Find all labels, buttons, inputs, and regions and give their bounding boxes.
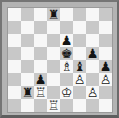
piece-white-pawn: ♟♙ [73,73,86,86]
square-h3[interactable]: ♟♙ [99,73,112,86]
square-f7[interactable] [73,21,86,34]
piece-outline-layer: ♙ [86,86,99,99]
piece-outline-layer: ♖ [47,99,60,112]
square-f8[interactable] [73,8,86,21]
square-h1[interactable] [99,99,112,112]
square-a3[interactable] [8,73,21,86]
square-d7[interactable] [47,21,60,34]
square-h7[interactable] [99,21,112,34]
piece-outline-layer: ♖ [34,86,47,99]
square-h8[interactable] [99,8,112,21]
chess-board: ♜♟♚♟♝♗♝♟♟♟♙♟♙♜♜♖♚♔♟♙♜♖ [8,8,112,112]
square-d6[interactable] [47,34,60,47]
square-c5[interactable] [34,47,47,60]
chess-board-frame: ♜♟♚♟♝♗♝♟♟♟♙♟♙♜♜♖♚♔♟♙♜♖ [0,0,119,118]
square-g1[interactable] [86,99,99,112]
square-g8[interactable] [86,8,99,21]
piece-white-rook: ♜♖ [34,86,47,99]
piece-white-king: ♚♔ [60,86,73,99]
square-b6[interactable] [21,34,34,47]
square-h2[interactable] [99,86,112,99]
square-f2[interactable] [73,86,86,99]
square-d4[interactable] [47,60,60,73]
square-c2[interactable]: ♜♖ [34,86,47,99]
square-e8[interactable] [60,8,73,21]
square-g5[interactable]: ♟ [86,47,99,60]
square-a8[interactable] [8,8,21,21]
square-e1[interactable] [60,99,73,112]
square-h6[interactable] [99,34,112,47]
square-b5[interactable] [21,47,34,60]
square-a1[interactable] [8,99,21,112]
piece-black-pawn: ♟ [86,47,99,60]
piece-outline-layer: ♗ [60,60,73,73]
square-c7[interactable] [34,21,47,34]
square-f6[interactable] [73,34,86,47]
square-a7[interactable] [8,21,21,34]
piece-white-rook: ♜♖ [47,99,60,112]
piece-outline-layer: ♔ [60,86,73,99]
square-a4[interactable] [8,60,21,73]
square-c8[interactable] [34,8,47,21]
square-f3[interactable]: ♟♙ [73,73,86,86]
piece-outline-layer: ♙ [99,73,112,86]
square-e4[interactable]: ♝♗ [60,60,73,73]
square-f1[interactable] [73,99,86,112]
piece-black-rook: ♜ [47,8,60,21]
square-e2[interactable]: ♚♔ [60,86,73,99]
piece-white-pawn: ♟♙ [86,86,99,99]
square-b7[interactable] [21,21,34,34]
square-a6[interactable] [8,34,21,47]
square-b2[interactable]: ♜ [21,86,34,99]
square-g2[interactable]: ♟♙ [86,86,99,99]
square-d5[interactable] [47,47,60,60]
square-c6[interactable] [34,34,47,47]
square-g4[interactable] [86,60,99,73]
square-g7[interactable] [86,21,99,34]
square-c1[interactable] [34,99,47,112]
piece-outline-layer: ♙ [73,73,86,86]
square-b4[interactable] [21,60,34,73]
piece-white-bishop: ♝♗ [60,60,73,73]
square-a5[interactable] [8,47,21,60]
square-b8[interactable] [21,8,34,21]
square-a2[interactable] [8,86,21,99]
square-d8[interactable]: ♜ [47,8,60,21]
square-d1[interactable]: ♜♖ [47,99,60,112]
square-d3[interactable] [47,73,60,86]
piece-black-rook: ♜ [21,86,34,99]
piece-white-pawn: ♟♙ [99,73,112,86]
square-b1[interactable] [21,99,34,112]
